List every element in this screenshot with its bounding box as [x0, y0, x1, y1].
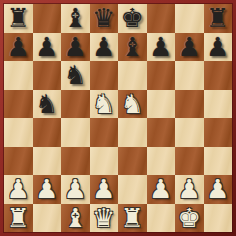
square-c8[interactable]: ♝	[61, 4, 90, 33]
square-d7[interactable]: ♟	[90, 33, 119, 62]
square-h3[interactable]	[204, 147, 233, 176]
square-d4[interactable]	[90, 118, 119, 147]
square-b5[interactable]: ♞	[33, 90, 62, 119]
square-c6[interactable]: ♞	[61, 61, 90, 90]
square-h2[interactable]: ♟	[204, 175, 233, 204]
square-d8[interactable]: ♛	[90, 4, 119, 33]
piece-white-pawn[interactable]: ♟	[206, 175, 229, 203]
square-g4[interactable]	[175, 118, 204, 147]
square-e7[interactable]: ♝	[118, 33, 147, 62]
piece-black-pawn[interactable]: ♟	[7, 33, 30, 61]
piece-white-pawn[interactable]: ♟	[7, 175, 30, 203]
square-f6[interactable]	[147, 61, 176, 90]
square-e6[interactable]	[118, 61, 147, 90]
piece-black-pawn[interactable]: ♟	[178, 33, 201, 61]
square-c2[interactable]: ♟	[61, 175, 90, 204]
square-d5[interactable]: ♞	[90, 90, 119, 119]
square-e3[interactable]	[118, 147, 147, 176]
square-d3[interactable]	[90, 147, 119, 176]
piece-white-pawn[interactable]: ♟	[35, 175, 58, 203]
square-f7[interactable]: ♟	[147, 33, 176, 62]
piece-black-bishop[interactable]: ♝	[64, 4, 87, 32]
square-f1[interactable]	[147, 204, 176, 233]
square-a3[interactable]	[4, 147, 33, 176]
board-frame: ♜♝♛♚♜♟♟♟♟♝♟♟♟♞♞♞♞♟♟♟♟♟♟♟♜♝♛♜♚	[0, 0, 236, 236]
square-f8[interactable]	[147, 4, 176, 33]
square-h6[interactable]	[204, 61, 233, 90]
square-b2[interactable]: ♟	[33, 175, 62, 204]
piece-black-pawn[interactable]: ♟	[64, 33, 87, 61]
piece-black-rook[interactable]: ♜	[206, 4, 229, 32]
square-g7[interactable]: ♟	[175, 33, 204, 62]
square-a5[interactable]	[4, 90, 33, 119]
square-g3[interactable]	[175, 147, 204, 176]
piece-white-pawn[interactable]: ♟	[92, 175, 115, 203]
square-g1[interactable]: ♚	[175, 204, 204, 233]
square-h4[interactable]	[204, 118, 233, 147]
square-c7[interactable]: ♟	[61, 33, 90, 62]
square-c5[interactable]	[61, 90, 90, 119]
square-e8[interactable]: ♚	[118, 4, 147, 33]
square-a8[interactable]: ♜	[4, 4, 33, 33]
piece-white-knight[interactable]: ♞	[92, 90, 115, 118]
piece-white-pawn[interactable]: ♟	[64, 175, 87, 203]
piece-white-bishop[interactable]: ♝	[64, 204, 87, 232]
square-b4[interactable]	[33, 118, 62, 147]
piece-black-queen[interactable]: ♛	[92, 4, 115, 32]
piece-white-king[interactable]: ♚	[178, 204, 201, 232]
square-f4[interactable]	[147, 118, 176, 147]
square-a7[interactable]: ♟	[4, 33, 33, 62]
piece-black-pawn[interactable]: ♟	[92, 33, 115, 61]
piece-black-knight[interactable]: ♞	[35, 90, 58, 118]
square-a2[interactable]: ♟	[4, 175, 33, 204]
square-g8[interactable]	[175, 4, 204, 33]
piece-black-rook[interactable]: ♜	[7, 4, 30, 32]
piece-white-rook[interactable]: ♜	[7, 204, 30, 232]
square-a6[interactable]	[4, 61, 33, 90]
piece-black-pawn[interactable]: ♟	[149, 33, 172, 61]
square-b3[interactable]	[33, 147, 62, 176]
square-d2[interactable]: ♟	[90, 175, 119, 204]
chess-board: ♜♝♛♚♜♟♟♟♟♝♟♟♟♞♞♞♞♟♟♟♟♟♟♟♜♝♛♜♚	[4, 4, 232, 232]
square-f2[interactable]: ♟	[147, 175, 176, 204]
square-g5[interactable]	[175, 90, 204, 119]
square-h8[interactable]: ♜	[204, 4, 233, 33]
square-e1[interactable]: ♜	[118, 204, 147, 233]
square-b7[interactable]: ♟	[33, 33, 62, 62]
square-g6[interactable]	[175, 61, 204, 90]
square-h5[interactable]	[204, 90, 233, 119]
piece-black-pawn[interactable]: ♟	[206, 33, 229, 61]
piece-black-bishop[interactable]: ♝	[121, 33, 144, 61]
square-d6[interactable]	[90, 61, 119, 90]
square-h7[interactable]: ♟	[204, 33, 233, 62]
square-e4[interactable]	[118, 118, 147, 147]
square-b8[interactable]	[33, 4, 62, 33]
piece-black-pawn[interactable]: ♟	[35, 33, 58, 61]
piece-white-knight[interactable]: ♞	[121, 90, 144, 118]
square-a1[interactable]: ♜	[4, 204, 33, 233]
piece-white-rook[interactable]: ♜	[121, 204, 144, 232]
square-a4[interactable]	[4, 118, 33, 147]
piece-black-knight[interactable]: ♞	[64, 61, 87, 89]
square-e5[interactable]: ♞	[118, 90, 147, 119]
square-f3[interactable]	[147, 147, 176, 176]
square-d1[interactable]: ♛	[90, 204, 119, 233]
piece-black-king[interactable]: ♚	[121, 4, 144, 32]
square-e2[interactable]	[118, 175, 147, 204]
piece-white-pawn[interactable]: ♟	[178, 175, 201, 203]
square-c1[interactable]: ♝	[61, 204, 90, 233]
square-f5[interactable]	[147, 90, 176, 119]
piece-white-pawn[interactable]: ♟	[149, 175, 172, 203]
square-h1[interactable]	[204, 204, 233, 233]
piece-white-queen[interactable]: ♛	[92, 204, 115, 232]
square-g2[interactable]: ♟	[175, 175, 204, 204]
square-b6[interactable]	[33, 61, 62, 90]
square-c3[interactable]	[61, 147, 90, 176]
square-b1[interactable]	[33, 204, 62, 233]
square-c4[interactable]	[61, 118, 90, 147]
